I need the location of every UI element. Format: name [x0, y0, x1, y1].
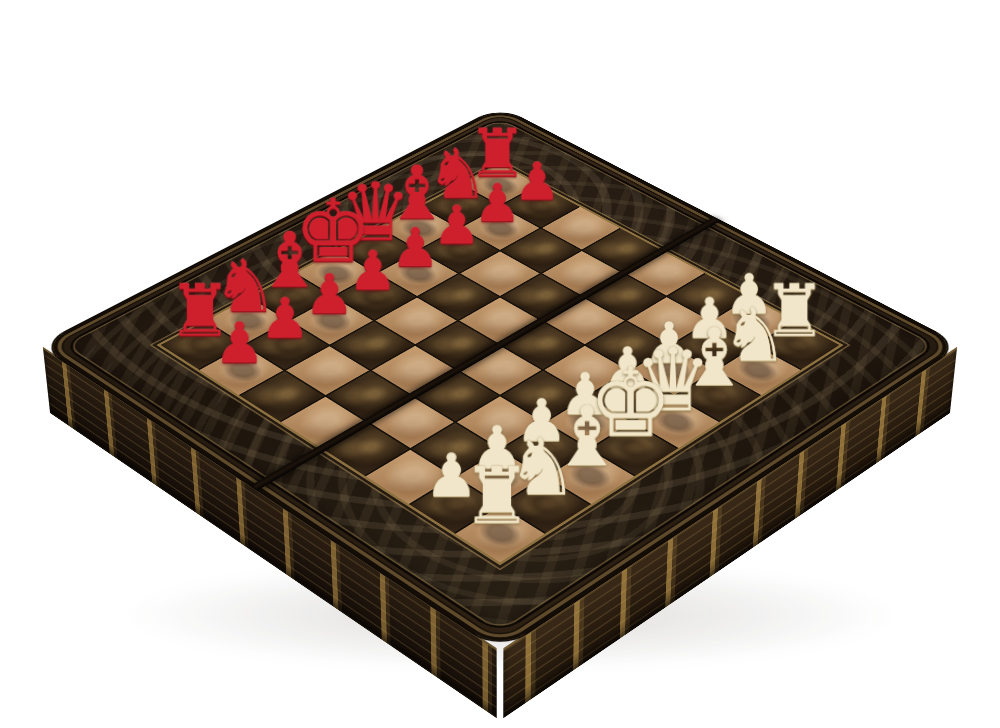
- rook-glyph: ♜: [421, 456, 573, 534]
- photo-scene: ♜♞♝♛♚♝♞♜♟♟♟♟♟♟♟♟♟♟♟♟♟♟♟♟♜♞♝♛♚♝♞♜: [0, 0, 1000, 728]
- board-box-3d: ♜♞♝♛♚♝♞♜♟♟♟♟♟♟♟♟♟♟♟♟♟♟♟♟♜♞♝♛♚♝♞♜: [40, 107, 959, 650]
- pawn-glyph: ♟: [169, 315, 311, 372]
